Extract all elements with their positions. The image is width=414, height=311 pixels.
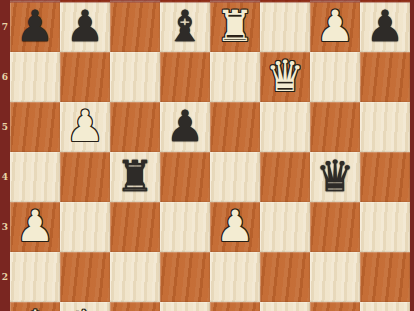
square-g5[interactable] (310, 102, 360, 152)
square-b6[interactable] (60, 52, 110, 102)
white-pawn-piece[interactable]: ♟ (66, 101, 105, 151)
square-d3[interactable] (160, 202, 210, 252)
square-a1[interactable]: ♚ (10, 302, 60, 311)
square-c1[interactable] (110, 302, 160, 311)
rank-label-2: 2 (0, 272, 10, 282)
square-b7[interactable]: ♟ (60, 2, 110, 52)
square-c4[interactable]: ♜ (110, 152, 160, 202)
square-h5[interactable] (360, 102, 410, 152)
rank-label-5: 5 (0, 122, 10, 132)
square-h4[interactable] (360, 152, 410, 202)
rank-label-4: 4 (0, 172, 10, 182)
square-b5[interactable]: ♟ (60, 102, 110, 152)
square-b3[interactable] (60, 202, 110, 252)
square-b1[interactable]: ♞ (60, 302, 110, 311)
board: ♟♟♝♜♟♟♛♟♟♜♛♟♟♚♞ (10, 0, 410, 311)
board-grid: ♟♟♝♜♟♟♛♟♟♜♛♟♟♚♞ (10, 0, 410, 311)
square-f6[interactable]: ♛ (260, 52, 310, 102)
square-d7[interactable]: ♝ (160, 2, 210, 52)
square-c5[interactable] (110, 102, 160, 152)
square-e5[interactable] (210, 102, 260, 152)
square-e6[interactable] (210, 52, 260, 102)
square-h3[interactable] (360, 202, 410, 252)
square-h7[interactable]: ♟ (360, 2, 410, 52)
black-bishop-piece[interactable]: ♝ (166, 1, 205, 51)
square-d5[interactable]: ♟ (160, 102, 210, 152)
square-f2[interactable] (260, 252, 310, 302)
square-e2[interactable] (210, 252, 260, 302)
white-queen-piece[interactable]: ♛ (266, 51, 305, 101)
square-d4[interactable] (160, 152, 210, 202)
square-e3[interactable]: ♟ (210, 202, 260, 252)
white-knight-piece[interactable]: ♞ (66, 301, 105, 311)
black-pawn-piece[interactable]: ♟ (66, 1, 105, 51)
square-g1[interactable] (310, 302, 360, 311)
chess-diagram: ♟♟♝♜♟♟♛♟♟♜♛♟♟♚♞ 765432 (0, 0, 414, 311)
black-pawn-piece[interactable]: ♟ (366, 1, 405, 51)
square-b2[interactable] (60, 252, 110, 302)
white-pawn-piece[interactable]: ♟ (316, 1, 355, 51)
square-e7[interactable]: ♜ (210, 2, 260, 52)
square-a3[interactable]: ♟ (10, 202, 60, 252)
white-king-piece[interactable]: ♚ (16, 301, 55, 311)
square-f4[interactable] (260, 152, 310, 202)
square-f5[interactable] (260, 102, 310, 152)
white-pawn-piece[interactable]: ♟ (216, 201, 255, 251)
square-c2[interactable] (110, 252, 160, 302)
square-g2[interactable] (310, 252, 360, 302)
square-c3[interactable] (110, 202, 160, 252)
white-pawn-piece[interactable]: ♟ (16, 201, 55, 251)
square-a6[interactable] (10, 52, 60, 102)
square-a5[interactable] (10, 102, 60, 152)
white-rook-piece[interactable]: ♜ (216, 1, 255, 51)
square-g7[interactable]: ♟ (310, 2, 360, 52)
square-f1[interactable] (260, 302, 310, 311)
square-a4[interactable] (10, 152, 60, 202)
square-a2[interactable] (10, 252, 60, 302)
square-d6[interactable] (160, 52, 210, 102)
square-a7[interactable]: ♟ (10, 2, 60, 52)
square-h2[interactable] (360, 252, 410, 302)
square-e4[interactable] (210, 152, 260, 202)
rank-label-7: 7 (0, 22, 10, 32)
square-g3[interactable] (310, 202, 360, 252)
square-c7[interactable] (110, 2, 160, 52)
square-d1[interactable] (160, 302, 210, 311)
square-d2[interactable] (160, 252, 210, 302)
black-queen-piece[interactable]: ♛ (316, 151, 355, 201)
square-h6[interactable] (360, 52, 410, 102)
rank-label-6: 6 (0, 72, 10, 82)
square-g4[interactable]: ♛ (310, 152, 360, 202)
square-e1[interactable] (210, 302, 260, 311)
square-g6[interactable] (310, 52, 360, 102)
square-b4[interactable] (60, 152, 110, 202)
square-c6[interactable] (110, 52, 160, 102)
black-rook-piece[interactable]: ♜ (116, 151, 155, 201)
black-pawn-piece[interactable]: ♟ (166, 101, 205, 151)
square-f7[interactable] (260, 2, 310, 52)
square-f3[interactable] (260, 202, 310, 252)
rank-label-3: 3 (0, 222, 10, 232)
square-h1[interactable] (360, 302, 410, 311)
black-pawn-piece[interactable]: ♟ (16, 1, 55, 51)
